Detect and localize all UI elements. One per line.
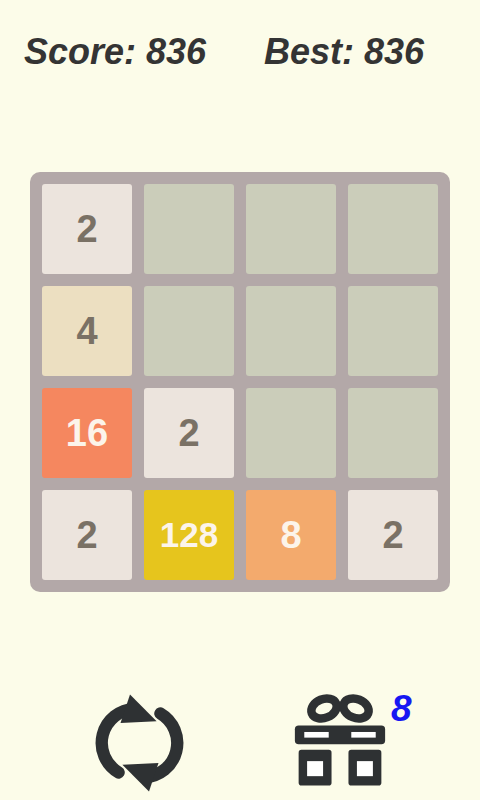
empty-cell [348,184,438,274]
best-value: 836 [364,31,424,72]
empty-cell [246,286,336,376]
score-display: Score: 836 [24,31,206,73]
tile-2: 2 [348,490,438,580]
restart-button[interactable] [92,692,187,794]
tile-2: 2 [144,388,234,478]
best-display: Best: 836 [264,31,424,73]
gift-box-icon [293,689,387,790]
score-label: Score: [24,31,136,72]
tile-2: 2 [42,184,132,274]
tile-2: 2 [42,490,132,580]
tile-4: 4 [42,286,132,376]
board[interactable]: 24162212882 [30,172,450,592]
tile-8: 8 [246,490,336,580]
tile-128: 128 [144,490,234,580]
restart-arrows-icon [92,692,187,794]
tile-16: 16 [42,388,132,478]
gift-button[interactable] [293,689,387,790]
gift-count-badge: 8 [391,690,412,727]
best-label: Best: [264,31,354,72]
score-value: 836 [146,31,206,72]
empty-cell [144,286,234,376]
empty-cell [348,388,438,478]
empty-cell [246,184,336,274]
empty-cell [144,184,234,274]
empty-cell [246,388,336,478]
empty-cell [348,286,438,376]
